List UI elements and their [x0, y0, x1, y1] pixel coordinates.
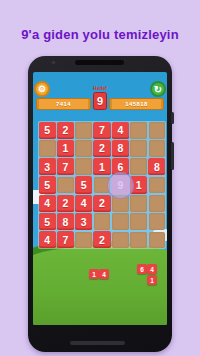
board-cell: [148, 139, 166, 157]
board-cell: 5: [75, 176, 93, 194]
board-cell: 2: [56, 121, 74, 139]
board-cell: [56, 176, 74, 194]
page-background: 9'a giden yolu temizleyin ⚙ ↻ 7414 14581…: [0, 0, 200, 356]
board-cell: 4: [38, 194, 56, 212]
score-right-value: 145818: [125, 101, 147, 107]
phone-volume-button: [171, 142, 174, 170]
board-cell: 2: [93, 139, 111, 157]
number-tile[interactable]: 4: [39, 195, 56, 212]
instruction-title: 9'a giden yolu temizleyin: [0, 27, 200, 42]
number-tile[interactable]: 4: [112, 122, 129, 139]
board-cell-bg: [94, 177, 111, 194]
phone-mockup: ⚙ ↻ 7414 145818 Hedef 9 5274128371685591…: [28, 56, 172, 352]
number-tile[interactable]: 2: [93, 231, 110, 248]
phone-speaker: [75, 60, 124, 65]
score-display-right: 145818: [109, 98, 164, 110]
board-cell: 4: [75, 194, 93, 212]
board-cell: [129, 212, 147, 230]
board-cell-bg: [75, 158, 92, 175]
number-tile[interactable]: 7: [57, 231, 74, 248]
number-tile[interactable]: 3: [75, 213, 92, 230]
number-tile[interactable]: 2: [93, 140, 110, 157]
board-cell: [148, 121, 166, 139]
board-cell: 7: [93, 121, 111, 139]
board-cell: 5: [38, 121, 56, 139]
board-cell-bg: [130, 140, 147, 157]
board-cell: 8: [56, 212, 74, 230]
restart-button[interactable]: ↻: [150, 81, 166, 97]
board-cell: [129, 139, 147, 157]
board-cell: [148, 231, 166, 249]
board-cell-bg: [75, 232, 92, 249]
board-cell: 7: [56, 158, 74, 176]
board-cell-bg: [149, 122, 166, 139]
number-tile[interactable]: 1: [93, 158, 110, 175]
number-tile[interactable]: 8: [148, 158, 165, 175]
board-cell: [93, 176, 111, 194]
loose-number-tile[interactable]: 1: [147, 275, 157, 285]
board-cell-bg: [149, 140, 166, 157]
number-tile[interactable]: 1: [57, 140, 74, 157]
grass-hill: [33, 246, 167, 325]
board-cell: 3: [38, 158, 56, 176]
board-cell: 2: [93, 194, 111, 212]
board-cell: 8: [148, 158, 166, 176]
score-left-value: 7414: [56, 101, 71, 107]
board-cell: [111, 231, 129, 249]
loose-number-tile[interactable]: 4: [99, 269, 109, 279]
board-cell: 9: [111, 176, 129, 194]
board-cell: [93, 212, 111, 230]
board-cell: 2: [56, 194, 74, 212]
board-cell: [148, 194, 166, 212]
number-tile[interactable]: 2: [57, 195, 74, 212]
board-cell: 3: [75, 212, 93, 230]
number-tile[interactable]: 5: [39, 176, 56, 193]
board-cell: [129, 121, 147, 139]
board-cell-bg: [149, 213, 166, 230]
number-tile[interactable]: 2: [93, 195, 110, 212]
board: 52741283716855914242583472: [38, 121, 166, 249]
loose-number-tile[interactable]: 1: [89, 269, 99, 279]
board-cell-bg: [112, 213, 129, 230]
board-cell: 8: [111, 139, 129, 157]
board-cell-bg: [149, 232, 166, 249]
board-cell-bg: [130, 213, 147, 230]
target-value-tile: 9: [93, 92, 107, 110]
number-tile[interactable]: 7: [93, 122, 110, 139]
board-cell: 4: [38, 231, 56, 249]
number-tile[interactable]: 5: [75, 176, 92, 193]
phone-power-button: [171, 112, 174, 124]
number-tile[interactable]: 4: [39, 231, 56, 248]
board-cell: 6: [111, 158, 129, 176]
board-cell-bg: [94, 213, 111, 230]
board-cell-bg: [130, 232, 147, 249]
board-cell: 4: [111, 121, 129, 139]
board-cell-bg: [149, 195, 166, 212]
target-value: 9: [97, 95, 103, 107]
board-cell: [148, 176, 166, 194]
target-label: Hedef: [85, 85, 115, 91]
board-cell: [129, 194, 147, 212]
board-cell: [148, 212, 166, 230]
board-cell-bg: [130, 195, 147, 212]
number-tile[interactable]: 5: [39, 213, 56, 230]
board-cell: [111, 194, 129, 212]
board-cell-bg: [57, 177, 74, 194]
loose-number-tile[interactable]: 4: [147, 264, 157, 274]
number-tile[interactable]: 7: [57, 158, 74, 175]
number-tile[interactable]: 1: [130, 176, 147, 193]
board-cell: 7: [56, 231, 74, 249]
board-cell-bg: [149, 177, 166, 194]
refresh-icon: ↻: [154, 84, 162, 95]
phone-camera: [51, 60, 56, 65]
number-tile[interactable]: 6: [112, 158, 129, 175]
board-cell: [75, 158, 93, 176]
board-cell: [129, 158, 147, 176]
board-cell: [129, 231, 147, 249]
board-cell: [75, 231, 93, 249]
board-cell: [75, 121, 93, 139]
game-screen: ⚙ ↻ 7414 145818 Hedef 9 5274128371685591…: [33, 72, 167, 325]
board-cell: [111, 212, 129, 230]
board-cell: 5: [38, 212, 56, 230]
board-cell: [38, 139, 56, 157]
board-cell-bg: [112, 195, 129, 212]
board-cell: 1: [93, 158, 111, 176]
board-cell-bg: [75, 122, 92, 139]
board-cell-bg: [39, 140, 56, 157]
number-tile[interactable]: 8: [112, 140, 129, 157]
gear-icon: ⚙: [38, 84, 46, 94]
board-cell-bg: [112, 232, 129, 249]
settings-button[interactable]: ⚙: [34, 81, 50, 97]
board-cell: 5: [38, 176, 56, 194]
board-cell-bg: [75, 140, 92, 157]
number-tile[interactable]: 5: [39, 122, 56, 139]
number-tile[interactable]: 2: [57, 122, 74, 139]
number-tile[interactable]: 3: [39, 158, 56, 175]
board-cell: 1: [56, 139, 74, 157]
board-cell: [75, 139, 93, 157]
phone-chin-speaker: [70, 341, 125, 345]
goal-tile[interactable]: 9: [112, 176, 129, 193]
board-cell: 1: [129, 176, 147, 194]
number-tile[interactable]: 8: [57, 213, 74, 230]
board-cell-bg: [130, 158, 147, 175]
loose-number-tile[interactable]: 6: [137, 264, 147, 274]
score-display-left: 7414: [36, 98, 91, 110]
board-cell: 2: [93, 231, 111, 249]
number-tile[interactable]: 4: [75, 195, 92, 212]
board-cell-bg: [130, 122, 147, 139]
